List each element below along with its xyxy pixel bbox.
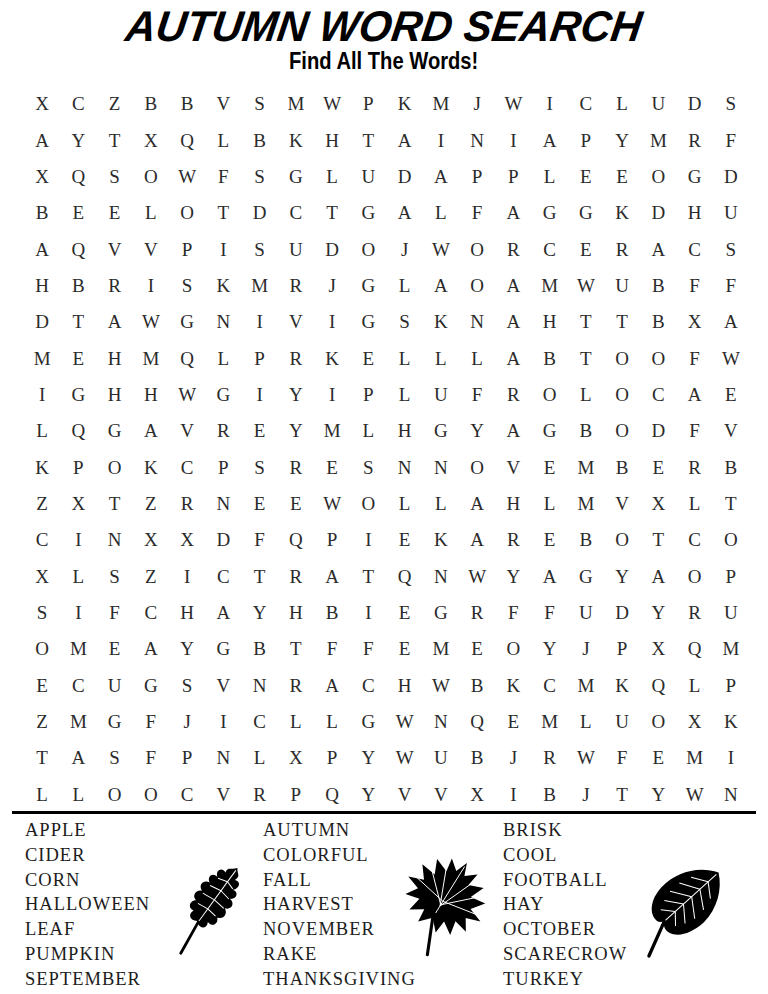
grid-cell-r14-c13[interactable]: W	[459, 559, 495, 595]
grid-cell-r13-c8[interactable]: Q	[278, 522, 314, 558]
grid-cell-r7-c10[interactable]: G	[350, 304, 386, 340]
grid-cell-r20-c18[interactable]: Y	[640, 777, 676, 813]
grid-cell-r9-c13[interactable]: F	[459, 377, 495, 413]
grid-cell-r2-c2[interactable]: Y	[60, 122, 96, 158]
grid-cell-r18-c18[interactable]: O	[640, 704, 676, 740]
grid-cell-r7-c5[interactable]: G	[169, 304, 205, 340]
grid-cell-r1-c19[interactable]: D	[677, 86, 713, 122]
grid-cell-r9-c20[interactable]: E	[713, 377, 749, 413]
grid-cell-r18-c3[interactable]: G	[97, 704, 133, 740]
grid-cell-r1-c14[interactable]: W	[495, 86, 531, 122]
grid-cell-r17-c7[interactable]: N	[242, 668, 278, 704]
grid-cell-r20-c9[interactable]: Q	[314, 777, 350, 813]
grid-cell-r9-c4[interactable]: H	[133, 377, 169, 413]
grid-cell-r6-c11[interactable]: L	[387, 268, 423, 304]
grid-cell-r6-c1[interactable]: H	[24, 268, 60, 304]
grid-cell-r16-c8[interactable]: T	[278, 631, 314, 667]
grid-cell-r17-c1[interactable]: E	[24, 668, 60, 704]
grid-cell-r15-c18[interactable]: Y	[640, 595, 676, 631]
grid-cell-r9-c3[interactable]: H	[97, 377, 133, 413]
grid-cell-r15-c3[interactable]: F	[97, 595, 133, 631]
grid-cell-r17-c4[interactable]: G	[133, 668, 169, 704]
grid-cell-r10-c8[interactable]: Y	[278, 413, 314, 449]
grid-cell-r13-c19[interactable]: C	[677, 522, 713, 558]
grid-cell-r17-c12[interactable]: W	[423, 668, 459, 704]
grid-cell-r14-c18[interactable]: A	[640, 559, 676, 595]
grid-cell-r6-c17[interactable]: U	[604, 268, 640, 304]
grid-cell-r12-c6[interactable]: N	[205, 486, 241, 522]
grid-cell-r7-c6[interactable]: N	[205, 304, 241, 340]
grid-cell-r8-c6[interactable]: L	[205, 340, 241, 376]
grid-cell-r1-c8[interactable]: M	[278, 86, 314, 122]
grid-cell-r9-c19[interactable]: A	[677, 377, 713, 413]
grid-cell-r2-c16[interactable]: P	[568, 122, 604, 158]
grid-cell-r10-c4[interactable]: A	[133, 413, 169, 449]
grid-cell-r20-c13[interactable]: X	[459, 777, 495, 813]
grid-cell-r16-c20[interactable]: M	[713, 631, 749, 667]
grid-cell-r17-c18[interactable]: Q	[640, 668, 676, 704]
grid-cell-r6-c10[interactable]: G	[350, 268, 386, 304]
grid-cell-r9-c8[interactable]: Y	[278, 377, 314, 413]
grid-cell-r17-c15[interactable]: C	[532, 668, 568, 704]
grid-cell-r18-c9[interactable]: L	[314, 704, 350, 740]
grid-cell-r19-c13[interactable]: B	[459, 740, 495, 776]
grid-cell-r8-c19[interactable]: F	[677, 340, 713, 376]
grid-cell-r5-c10[interactable]: O	[350, 231, 386, 267]
grid-cell-r2-c13[interactable]: N	[459, 122, 495, 158]
grid-cell-r18-c5[interactable]: J	[169, 704, 205, 740]
grid-cell-r16-c12[interactable]: M	[423, 631, 459, 667]
grid-cell-r11-c15[interactable]: E	[532, 449, 568, 485]
grid-cell-r18-c7[interactable]: C	[242, 704, 278, 740]
grid-cell-r7-c19[interactable]: X	[677, 304, 713, 340]
grid-cell-r20-c8[interactable]: P	[278, 777, 314, 813]
grid-cell-r7-c15[interactable]: H	[532, 304, 568, 340]
grid-cell-r16-c14[interactable]: O	[495, 631, 531, 667]
grid-cell-r7-c17[interactable]: T	[604, 304, 640, 340]
grid-cell-r15-c6[interactable]: A	[205, 595, 241, 631]
grid-cell-r3-c1[interactable]: X	[24, 159, 60, 195]
grid-cell-r13-c2[interactable]: I	[60, 522, 96, 558]
grid-cell-r10-c7[interactable]: E	[242, 413, 278, 449]
grid-cell-r6-c20[interactable]: F	[713, 268, 749, 304]
grid-cell-r12-c16[interactable]: M	[568, 486, 604, 522]
grid-cell-r16-c9[interactable]: F	[314, 631, 350, 667]
grid-cell-r17-c8[interactable]: R	[278, 668, 314, 704]
grid-cell-r12-c5[interactable]: R	[169, 486, 205, 522]
grid-cell-r1-c15[interactable]: I	[532, 86, 568, 122]
grid-cell-r2-c12[interactable]: I	[423, 122, 459, 158]
grid-cell-r5-c16[interactable]: E	[568, 231, 604, 267]
grid-cell-r13-c15[interactable]: E	[532, 522, 568, 558]
grid-cell-r2-c4[interactable]: X	[133, 122, 169, 158]
grid-cell-r18-c20[interactable]: K	[713, 704, 749, 740]
grid-cell-r16-c6[interactable]: G	[205, 631, 241, 667]
grid-cell-r5-c6[interactable]: I	[205, 231, 241, 267]
grid-cell-r14-c16[interactable]: G	[568, 559, 604, 595]
grid-cell-r6-c13[interactable]: O	[459, 268, 495, 304]
grid-cell-r12-c8[interactable]: E	[278, 486, 314, 522]
grid-cell-r2-c14[interactable]: I	[495, 122, 531, 158]
grid-cell-r12-c14[interactable]: H	[495, 486, 531, 522]
grid-cell-r4-c3[interactable]: E	[97, 195, 133, 231]
grid-cell-r17-c3[interactable]: U	[97, 668, 133, 704]
grid-cell-r19-c12[interactable]: U	[423, 740, 459, 776]
grid-cell-r11-c13[interactable]: O	[459, 449, 495, 485]
grid-cell-r15-c19[interactable]: R	[677, 595, 713, 631]
grid-cell-r5-c14[interactable]: R	[495, 231, 531, 267]
grid-cell-r14-c4[interactable]: Z	[133, 559, 169, 595]
grid-cell-r4-c11[interactable]: A	[387, 195, 423, 231]
grid-cell-r4-c18[interactable]: D	[640, 195, 676, 231]
grid-cell-r20-c19[interactable]: W	[677, 777, 713, 813]
grid-cell-r8-c10[interactable]: E	[350, 340, 386, 376]
grid-cell-r5-c3[interactable]: V	[97, 231, 133, 267]
grid-cell-r14-c14[interactable]: Y	[495, 559, 531, 595]
grid-cell-r8-c2[interactable]: E	[60, 340, 96, 376]
grid-cell-r4-c13[interactable]: F	[459, 195, 495, 231]
grid-cell-r14-c3[interactable]: S	[97, 559, 133, 595]
grid-cell-r17-c20[interactable]: P	[713, 668, 749, 704]
grid-cell-r1-c2[interactable]: C	[60, 86, 96, 122]
grid-cell-r11-c8[interactable]: R	[278, 449, 314, 485]
grid-cell-r6-c15[interactable]: M	[532, 268, 568, 304]
grid-cell-r14-c19[interactable]: O	[677, 559, 713, 595]
grid-cell-r11-c10[interactable]: S	[350, 449, 386, 485]
grid-cell-r7-c11[interactable]: S	[387, 304, 423, 340]
grid-cell-r2-c10[interactable]: T	[350, 122, 386, 158]
grid-cell-r4-c7[interactable]: D	[242, 195, 278, 231]
grid-cell-r3-c20[interactable]: D	[713, 159, 749, 195]
grid-cell-r18-c2[interactable]: M	[60, 704, 96, 740]
grid-cell-r6-c12[interactable]: A	[423, 268, 459, 304]
grid-cell-r2-c18[interactable]: M	[640, 122, 676, 158]
grid-cell-r5-c1[interactable]: A	[24, 231, 60, 267]
grid-cell-r17-c6[interactable]: V	[205, 668, 241, 704]
grid-cell-r19-c18[interactable]: E	[640, 740, 676, 776]
grid-cell-r14-c11[interactable]: Q	[387, 559, 423, 595]
grid-cell-r19-c3[interactable]: S	[97, 740, 133, 776]
grid-cell-r12-c13[interactable]: A	[459, 486, 495, 522]
grid-cell-r16-c16[interactable]: J	[568, 631, 604, 667]
grid-cell-r9-c11[interactable]: L	[387, 377, 423, 413]
grid-cell-r6-c8[interactable]: R	[278, 268, 314, 304]
grid-cell-r19-c17[interactable]: F	[604, 740, 640, 776]
grid-cell-r3-c10[interactable]: U	[350, 159, 386, 195]
grid-cell-r9-c6[interactable]: G	[205, 377, 241, 413]
grid-cell-r6-c2[interactable]: B	[60, 268, 96, 304]
grid-cell-r3-c8[interactable]: G	[278, 159, 314, 195]
grid-cell-r18-c19[interactable]: X	[677, 704, 713, 740]
grid-cell-r16-c18[interactable]: X	[640, 631, 676, 667]
grid-cell-r7-c20[interactable]: A	[713, 304, 749, 340]
grid-cell-r3-c17[interactable]: E	[604, 159, 640, 195]
grid-cell-r15-c17[interactable]: D	[604, 595, 640, 631]
grid-cell-r14-c7[interactable]: T	[242, 559, 278, 595]
grid-cell-r3-c16[interactable]: E	[568, 159, 604, 195]
grid-cell-r4-c8[interactable]: C	[278, 195, 314, 231]
grid-cell-r6-c4[interactable]: I	[133, 268, 169, 304]
grid-cell-r8-c16[interactable]: T	[568, 340, 604, 376]
grid-cell-r9-c16[interactable]: L	[568, 377, 604, 413]
grid-cell-r2-c20[interactable]: F	[713, 122, 749, 158]
grid-cell-r13-c16[interactable]: B	[568, 522, 604, 558]
grid-cell-r13-c4[interactable]: X	[133, 522, 169, 558]
grid-cell-r9-c7[interactable]: I	[242, 377, 278, 413]
grid-cell-r14-c20[interactable]: P	[713, 559, 749, 595]
grid-cell-r8-c12[interactable]: L	[423, 340, 459, 376]
grid-cell-r19-c4[interactable]: F	[133, 740, 169, 776]
grid-cell-r10-c15[interactable]: G	[532, 413, 568, 449]
grid-cell-r14-c12[interactable]: N	[423, 559, 459, 595]
grid-cell-r11-c19[interactable]: R	[677, 449, 713, 485]
grid-cell-r14-c5[interactable]: I	[169, 559, 205, 595]
grid-cell-r19-c19[interactable]: M	[677, 740, 713, 776]
grid-cell-r7-c9[interactable]: I	[314, 304, 350, 340]
grid-cell-r6-c19[interactable]: F	[677, 268, 713, 304]
grid-cell-r2-c19[interactable]: R	[677, 122, 713, 158]
grid-cell-r3-c9[interactable]: L	[314, 159, 350, 195]
grid-cell-r8-c9[interactable]: K	[314, 340, 350, 376]
grid-cell-r16-c17[interactable]: P	[604, 631, 640, 667]
grid-cell-r4-c14[interactable]: A	[495, 195, 531, 231]
grid-cell-r3-c4[interactable]: O	[133, 159, 169, 195]
grid-cell-r4-c19[interactable]: H	[677, 195, 713, 231]
grid-cell-r1-c9[interactable]: W	[314, 86, 350, 122]
grid-cell-r12-c3[interactable]: T	[97, 486, 133, 522]
grid-cell-r1-c3[interactable]: Z	[97, 86, 133, 122]
grid-cell-r8-c13[interactable]: L	[459, 340, 495, 376]
grid-cell-r11-c2[interactable]: P	[60, 449, 96, 485]
grid-cell-r9-c17[interactable]: O	[604, 377, 640, 413]
grid-cell-r14-c2[interactable]: L	[60, 559, 96, 595]
grid-cell-r19-c2[interactable]: A	[60, 740, 96, 776]
grid-cell-r7-c14[interactable]: A	[495, 304, 531, 340]
grid-cell-r10-c3[interactable]: G	[97, 413, 133, 449]
grid-cell-r10-c5[interactable]: V	[169, 413, 205, 449]
grid-cell-r10-c14[interactable]: A	[495, 413, 531, 449]
grid-cell-r15-c20[interactable]: U	[713, 595, 749, 631]
grid-cell-r10-c2[interactable]: Q	[60, 413, 96, 449]
grid-cell-r17-c13[interactable]: B	[459, 668, 495, 704]
grid-cell-r1-c11[interactable]: K	[387, 86, 423, 122]
grid-cell-r11-c9[interactable]: E	[314, 449, 350, 485]
grid-cell-r1-c18[interactable]: U	[640, 86, 676, 122]
grid-cell-r12-c19[interactable]: L	[677, 486, 713, 522]
grid-cell-r10-c12[interactable]: G	[423, 413, 459, 449]
grid-cell-r5-c12[interactable]: W	[423, 231, 459, 267]
grid-cell-r8-c17[interactable]: O	[604, 340, 640, 376]
grid-cell-r19-c10[interactable]: Y	[350, 740, 386, 776]
grid-cell-r10-c10[interactable]: L	[350, 413, 386, 449]
grid-cell-r14-c10[interactable]: T	[350, 559, 386, 595]
grid-cell-r16-c1[interactable]: O	[24, 631, 60, 667]
grid-cell-r5-c8[interactable]: U	[278, 231, 314, 267]
grid-cell-r2-c17[interactable]: Y	[604, 122, 640, 158]
grid-cell-r19-c15[interactable]: R	[532, 740, 568, 776]
grid-cell-r13-c1[interactable]: C	[24, 522, 60, 558]
grid-cell-r9-c10[interactable]: P	[350, 377, 386, 413]
grid-cell-r4-c17[interactable]: K	[604, 195, 640, 231]
grid-cell-r8-c5[interactable]: Q	[169, 340, 205, 376]
grid-cell-r13-c13[interactable]: A	[459, 522, 495, 558]
grid-cell-r3-c12[interactable]: A	[423, 159, 459, 195]
grid-cell-r4-c4[interactable]: L	[133, 195, 169, 231]
grid-cell-r2-c11[interactable]: A	[387, 122, 423, 158]
grid-cell-r18-c17[interactable]: U	[604, 704, 640, 740]
grid-cell-r8-c4[interactable]: M	[133, 340, 169, 376]
grid-cell-r20-c7[interactable]: R	[242, 777, 278, 813]
grid-cell-r1-c17[interactable]: L	[604, 86, 640, 122]
grid-cell-r13-c6[interactable]: D	[205, 522, 241, 558]
grid-cell-r8-c14[interactable]: A	[495, 340, 531, 376]
grid-cell-r4-c9[interactable]: T	[314, 195, 350, 231]
grid-cell-r20-c1[interactable]: L	[24, 777, 60, 813]
grid-cell-r12-c17[interactable]: V	[604, 486, 640, 522]
grid-cell-r19-c20[interactable]: I	[713, 740, 749, 776]
grid-cell-r12-c9[interactable]: W	[314, 486, 350, 522]
grid-cell-r5-c5[interactable]: P	[169, 231, 205, 267]
grid-cell-r5-c9[interactable]: D	[314, 231, 350, 267]
grid-cell-r17-c17[interactable]: K	[604, 668, 640, 704]
grid-cell-r9-c15[interactable]: O	[532, 377, 568, 413]
grid-cell-r13-c10[interactable]: I	[350, 522, 386, 558]
grid-cell-r15-c11[interactable]: E	[387, 595, 423, 631]
grid-cell-r16-c10[interactable]: F	[350, 631, 386, 667]
grid-cell-r10-c9[interactable]: M	[314, 413, 350, 449]
grid-cell-r1-c10[interactable]: P	[350, 86, 386, 122]
grid-cell-r1-c16[interactable]: C	[568, 86, 604, 122]
grid-cell-r18-c1[interactable]: Z	[24, 704, 60, 740]
grid-cell-r5-c4[interactable]: V	[133, 231, 169, 267]
grid-cell-r8-c3[interactable]: H	[97, 340, 133, 376]
grid-cell-r10-c16[interactable]: B	[568, 413, 604, 449]
grid-cell-r7-c7[interactable]: I	[242, 304, 278, 340]
grid-cell-r7-c13[interactable]: N	[459, 304, 495, 340]
grid-cell-r6-c9[interactable]: J	[314, 268, 350, 304]
grid-cell-r12-c20[interactable]: T	[713, 486, 749, 522]
grid-cell-r4-c6[interactable]: T	[205, 195, 241, 231]
grid-cell-r5-c17[interactable]: R	[604, 231, 640, 267]
grid-cell-r1-c4[interactable]: B	[133, 86, 169, 122]
grid-cell-r19-c11[interactable]: W	[387, 740, 423, 776]
grid-cell-r11-c4[interactable]: K	[133, 449, 169, 485]
grid-cell-r12-c18[interactable]: X	[640, 486, 676, 522]
grid-cell-r19-c5[interactable]: P	[169, 740, 205, 776]
grid-cell-r15-c5[interactable]: H	[169, 595, 205, 631]
grid-cell-r5-c15[interactable]: C	[532, 231, 568, 267]
grid-cell-r5-c11[interactable]: J	[387, 231, 423, 267]
grid-cell-r13-c17[interactable]: O	[604, 522, 640, 558]
grid-cell-r20-c14[interactable]: I	[495, 777, 531, 813]
grid-cell-r11-c5[interactable]: C	[169, 449, 205, 485]
grid-cell-r7-c4[interactable]: W	[133, 304, 169, 340]
grid-cell-r18-c15[interactable]: M	[532, 704, 568, 740]
grid-cell-r5-c18[interactable]: A	[640, 231, 676, 267]
grid-cell-r17-c9[interactable]: A	[314, 668, 350, 704]
grid-cell-r13-c11[interactable]: E	[387, 522, 423, 558]
grid-cell-r1-c5[interactable]: B	[169, 86, 205, 122]
grid-cell-r18-c10[interactable]: G	[350, 704, 386, 740]
grid-cell-r9-c2[interactable]: G	[60, 377, 96, 413]
grid-cell-r15-c10[interactable]: I	[350, 595, 386, 631]
grid-cell-r18-c13[interactable]: Q	[459, 704, 495, 740]
grid-cell-r20-c3[interactable]: O	[97, 777, 133, 813]
grid-cell-r11-c3[interactable]: O	[97, 449, 133, 485]
grid-cell-r8-c11[interactable]: L	[387, 340, 423, 376]
grid-cell-r13-c14[interactable]: R	[495, 522, 531, 558]
grid-cell-r14-c6[interactable]: C	[205, 559, 241, 595]
grid-cell-r7-c2[interactable]: T	[60, 304, 96, 340]
grid-cell-r17-c10[interactable]: C	[350, 668, 386, 704]
grid-cell-r11-c6[interactable]: P	[205, 449, 241, 485]
grid-cell-r2-c5[interactable]: Q	[169, 122, 205, 158]
grid-cell-r13-c5[interactable]: X	[169, 522, 205, 558]
grid-cell-r19-c9[interactable]: P	[314, 740, 350, 776]
grid-cell-r11-c7[interactable]: S	[242, 449, 278, 485]
grid-cell-r18-c6[interactable]: I	[205, 704, 241, 740]
grid-cell-r20-c16[interactable]: J	[568, 777, 604, 813]
grid-cell-r9-c1[interactable]: I	[24, 377, 60, 413]
grid-cell-r19-c6[interactable]: N	[205, 740, 241, 776]
grid-cell-r10-c13[interactable]: Y	[459, 413, 495, 449]
grid-cell-r13-c20[interactable]: O	[713, 522, 749, 558]
grid-cell-r17-c14[interactable]: K	[495, 668, 531, 704]
grid-cell-r8-c1[interactable]: M	[24, 340, 60, 376]
grid-cell-r14-c1[interactable]: X	[24, 559, 60, 595]
grid-cell-r17-c2[interactable]: C	[60, 668, 96, 704]
grid-cell-r10-c20[interactable]: V	[713, 413, 749, 449]
grid-cell-r2-c7[interactable]: B	[242, 122, 278, 158]
grid-cell-r4-c12[interactable]: L	[423, 195, 459, 231]
grid-cell-r17-c11[interactable]: H	[387, 668, 423, 704]
grid-cell-r10-c18[interactable]: D	[640, 413, 676, 449]
grid-cell-r19-c16[interactable]: W	[568, 740, 604, 776]
grid-cell-r11-c12[interactable]: N	[423, 449, 459, 485]
grid-cell-r20-c15[interactable]: B	[532, 777, 568, 813]
grid-cell-r11-c17[interactable]: B	[604, 449, 640, 485]
grid-cell-r2-c15[interactable]: A	[532, 122, 568, 158]
grid-cell-r14-c9[interactable]: A	[314, 559, 350, 595]
grid-cell-r18-c8[interactable]: L	[278, 704, 314, 740]
grid-cell-r5-c7[interactable]: S	[242, 231, 278, 267]
grid-cell-r17-c16[interactable]: M	[568, 668, 604, 704]
grid-cell-r4-c20[interactable]: U	[713, 195, 749, 231]
grid-cell-r15-c14[interactable]: F	[495, 595, 531, 631]
grid-cell-r3-c5[interactable]: W	[169, 159, 205, 195]
grid-cell-r1-c20[interactable]: S	[713, 86, 749, 122]
grid-cell-r3-c19[interactable]: G	[677, 159, 713, 195]
grid-cell-r19-c8[interactable]: X	[278, 740, 314, 776]
grid-cell-r5-c2[interactable]: Q	[60, 231, 96, 267]
grid-cell-r13-c3[interactable]: N	[97, 522, 133, 558]
grid-cell-r20-c2[interactable]: L	[60, 777, 96, 813]
grid-cell-r14-c17[interactable]: Y	[604, 559, 640, 595]
grid-cell-r9-c12[interactable]: U	[423, 377, 459, 413]
grid-cell-r20-c5[interactable]: C	[169, 777, 205, 813]
grid-cell-r13-c12[interactable]: K	[423, 522, 459, 558]
grid-cell-r1-c12[interactable]: M	[423, 86, 459, 122]
grid-cell-r1-c6[interactable]: V	[205, 86, 241, 122]
grid-cell-r15-c8[interactable]: H	[278, 595, 314, 631]
grid-cell-r2-c8[interactable]: K	[278, 122, 314, 158]
grid-cell-r5-c19[interactable]: C	[677, 231, 713, 267]
grid-cell-r3-c15[interactable]: L	[532, 159, 568, 195]
grid-cell-r9-c9[interactable]: I	[314, 377, 350, 413]
grid-cell-r6-c18[interactable]: B	[640, 268, 676, 304]
grid-cell-r20-c6[interactable]: V	[205, 777, 241, 813]
grid-cell-r14-c15[interactable]: A	[532, 559, 568, 595]
